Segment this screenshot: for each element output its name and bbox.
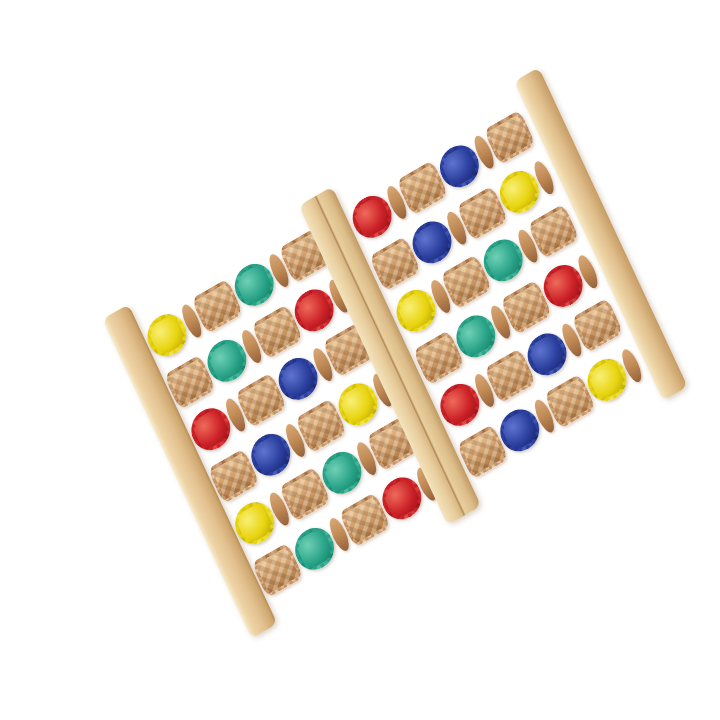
massager-board [108,80,682,627]
page-background [0,0,720,720]
